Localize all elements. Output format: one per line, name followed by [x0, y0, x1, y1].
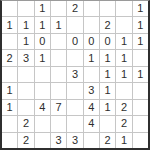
clue-cell-r3c7[interactable]: 0: [100, 34, 115, 49]
clue-cell-r3c8[interactable]: 1: [116, 34, 131, 49]
clue-cell-r1c5[interactable]: 2: [67, 1, 82, 16]
clue-cell-r8c2[interactable]: 2: [18, 116, 33, 131]
clue-cell-r2c7[interactable]: 2: [100, 17, 115, 32]
clue-cell-r5c5[interactable]: 3: [67, 67, 82, 82]
clue-cell-r3c9[interactable]: 1: [133, 34, 148, 49]
empty-cell-r5c3[interactable]: [35, 67, 50, 82]
clue-cell-r8c6[interactable]: 4: [84, 116, 99, 131]
empty-cell-r5c4[interactable]: [51, 67, 66, 82]
clue-cell-r2c2[interactable]: 1: [18, 17, 33, 32]
clue-cell-r7c3[interactable]: 4: [35, 100, 50, 115]
empty-cell-r3c4[interactable]: [51, 34, 66, 49]
empty-cell-r1c8[interactable]: [116, 1, 131, 16]
clue-cell-r6c7[interactable]: 1: [100, 83, 115, 98]
clue-cell-r9c4[interactable]: 3: [51, 133, 66, 148]
clue-cell-r1c9[interactable]: 1: [133, 1, 148, 16]
empty-cell-r6c5[interactable]: [67, 83, 82, 98]
clue-cell-r4c3[interactable]: 1: [35, 50, 50, 65]
empty-cell-r8c1[interactable]: [2, 116, 17, 131]
empty-cell-r6c9[interactable]: [133, 83, 148, 98]
empty-cell-r4c4[interactable]: [51, 50, 66, 65]
clue-cell-r2c4[interactable]: 1: [51, 17, 66, 32]
clue-cell-r2c3[interactable]: 1: [35, 17, 50, 32]
empty-cell-r1c2[interactable]: [18, 1, 33, 16]
clue-cell-r2c1[interactable]: 1: [2, 17, 17, 32]
empty-cell-r8c3[interactable]: [35, 116, 50, 131]
empty-cell-r5c6[interactable]: [84, 67, 99, 82]
empty-cell-r8c4[interactable]: [51, 116, 66, 131]
clue-cell-r4c1[interactable]: 2: [2, 50, 17, 65]
clue-cell-r8c8[interactable]: 2: [116, 116, 131, 131]
empty-cell-r8c9[interactable]: [133, 116, 148, 131]
empty-cell-r9c6[interactable]: [84, 133, 99, 148]
empty-cell-r1c6[interactable]: [84, 1, 99, 16]
empty-cell-r1c4[interactable]: [51, 1, 66, 16]
empty-cell-r8c7[interactable]: [100, 116, 115, 131]
clue-cell-r5c7[interactable]: 1: [100, 67, 115, 82]
empty-cell-r5c2[interactable]: [18, 67, 33, 82]
clue-cell-r3c5[interactable]: 0: [67, 34, 82, 49]
clue-cell-r3c3[interactable]: 0: [35, 34, 50, 49]
empty-cell-r3c1[interactable]: [2, 34, 17, 49]
clue-cell-r4c2[interactable]: 3: [18, 50, 33, 65]
empty-cell-r6c8[interactable]: [116, 83, 131, 98]
empty-cell-r9c9[interactable]: [133, 133, 148, 148]
clue-cell-r9c5[interactable]: 3: [67, 133, 82, 148]
clue-cell-r6c1[interactable]: 1: [2, 83, 17, 98]
empty-cell-r9c3[interactable]: [35, 133, 50, 148]
clue-cell-r7c1[interactable]: 1: [2, 100, 17, 115]
clue-cell-r4c7[interactable]: 1: [100, 50, 115, 65]
empty-cell-r6c4[interactable]: [51, 83, 66, 98]
clue-cell-r5c8[interactable]: 1: [116, 67, 131, 82]
clue-cell-r7c6[interactable]: 4: [84, 100, 99, 115]
clue-cell-r6c6[interactable]: 3: [84, 83, 99, 98]
empty-cell-r6c2[interactable]: [18, 83, 33, 98]
clue-cell-r1c3[interactable]: 1: [35, 1, 50, 16]
clue-cell-r9c2[interactable]: 2: [18, 133, 33, 148]
empty-cell-r8c5[interactable]: [67, 116, 82, 131]
empty-cell-r9c1[interactable]: [2, 133, 17, 148]
clue-cell-r7c7[interactable]: 1: [100, 100, 115, 115]
empty-cell-r2c6[interactable]: [84, 17, 99, 32]
clue-cell-r3c6[interactable]: 0: [84, 34, 99, 49]
empty-cell-r4c5[interactable]: [67, 50, 82, 65]
empty-cell-r4c9[interactable]: [133, 50, 148, 65]
empty-cell-r2c8[interactable]: [116, 17, 131, 32]
puzzle-grid: 1211111211000011231111311113114741224223…: [0, 0, 150, 150]
clue-cell-r4c8[interactable]: 1: [116, 50, 131, 65]
clue-cell-r4c6[interactable]: 1: [84, 50, 99, 65]
clue-cell-r7c4[interactable]: 7: [51, 100, 66, 115]
empty-cell-r7c2[interactable]: [18, 100, 33, 115]
empty-cell-r1c7[interactable]: [100, 1, 115, 16]
empty-cell-r6c3[interactable]: [35, 83, 50, 98]
empty-cell-r7c9[interactable]: [133, 100, 148, 115]
clue-cell-r5c9[interactable]: 1: [133, 67, 148, 82]
clue-cell-r9c8[interactable]: 1: [116, 133, 131, 148]
clue-cell-r7c8[interactable]: 2: [116, 100, 131, 115]
empty-cell-r7c5[interactable]: [67, 100, 82, 115]
empty-cell-r2c5[interactable]: [67, 17, 82, 32]
clue-cell-r2c9[interactable]: 1: [133, 17, 148, 32]
empty-cell-r1c1[interactable]: [2, 1, 17, 16]
clue-cell-r9c7[interactable]: 2: [100, 133, 115, 148]
empty-cell-r5c1[interactable]: [2, 67, 17, 82]
clue-cell-r3c2[interactable]: 1: [18, 34, 33, 49]
